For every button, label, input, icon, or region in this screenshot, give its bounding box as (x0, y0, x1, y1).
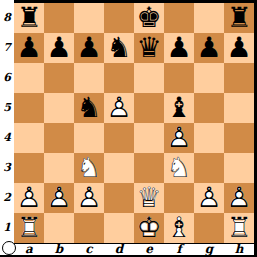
square-c5[interactable]: ♞ (74, 93, 104, 123)
square-d1[interactable] (104, 213, 134, 243)
square-b8[interactable] (44, 3, 74, 33)
square-h4[interactable] (224, 123, 254, 153)
square-e8[interactable]: ♚ (134, 3, 164, 33)
piece-white-rook: ♜♖ (14, 213, 44, 243)
piece-white-pawn: ♟♙ (224, 183, 254, 213)
square-f5[interactable]: ♝ (164, 93, 194, 123)
piece-white-king: ♚♔ (134, 213, 164, 243)
square-a2[interactable]: ♟♙ (14, 183, 44, 213)
piece-black-pawn: ♟ (44, 33, 74, 63)
piece-black-pawn: ♟ (14, 33, 44, 63)
square-c1[interactable] (74, 213, 104, 243)
piece-black-bishop: ♝ (164, 93, 194, 123)
piece-outline: ♔ (134, 213, 164, 243)
piece-black-king: ♚ (134, 3, 164, 33)
chess-diagram: ♜♚♜♟♟♟♞♛♟♟♟♞♟♙♝♟♙♞♘♞♘♟♙♟♙♟♙♛♕♟♙♟♙♜♖♚♔♝♗♜… (0, 0, 257, 257)
square-f1[interactable]: ♝♗ (164, 213, 194, 243)
piece-white-queen: ♛♕ (134, 183, 164, 213)
chess-board: ♜♚♜♟♟♟♞♛♟♟♟♞♟♙♝♟♙♞♘♞♘♟♙♟♙♟♙♛♕♟♙♟♙♜♖♚♔♝♗♜… (14, 0, 254, 244)
rank-label-4: 4 (0, 123, 14, 153)
square-e6[interactable] (134, 63, 164, 93)
square-a8[interactable]: ♜ (14, 3, 44, 33)
square-g6[interactable] (194, 63, 224, 93)
square-g5[interactable] (194, 93, 224, 123)
square-d8[interactable] (104, 3, 134, 33)
square-e1[interactable]: ♚♔ (134, 213, 164, 243)
rank-label-7: 7 (0, 33, 14, 63)
piece-black-knight: ♞ (74, 93, 104, 123)
rank-label-3: 3 (0, 153, 14, 183)
piece-black-rook: ♜ (224, 3, 254, 33)
file-label-f: f (164, 243, 194, 255)
square-b7[interactable]: ♟ (44, 33, 74, 63)
piece-white-pawn: ♟♙ (104, 93, 134, 123)
square-e3[interactable] (134, 153, 164, 183)
piece-black-queen: ♛ (134, 33, 164, 63)
piece-white-pawn: ♟♙ (194, 183, 224, 213)
square-d3[interactable] (104, 153, 134, 183)
file-label-g: g (194, 243, 224, 255)
file-label-h: h (224, 243, 254, 255)
square-e5[interactable] (134, 93, 164, 123)
square-b6[interactable] (44, 63, 74, 93)
piece-black-pawn: ♟ (74, 33, 104, 63)
piece-outline: ♙ (104, 93, 134, 123)
file-label-c: c (74, 243, 104, 255)
square-f2[interactable] (164, 183, 194, 213)
square-b5[interactable] (44, 93, 74, 123)
square-g1[interactable] (194, 213, 224, 243)
square-e7[interactable]: ♛ (134, 33, 164, 63)
square-c7[interactable]: ♟ (74, 33, 104, 63)
square-b4[interactable] (44, 123, 74, 153)
white-to-move-indicator (2, 241, 16, 255)
square-c6[interactable] (74, 63, 104, 93)
piece-black-rook: ♜ (14, 3, 44, 33)
piece-outline: ♕ (134, 183, 164, 213)
piece-white-rook: ♜♖ (224, 213, 254, 243)
rank-label-8: 8 (0, 3, 14, 33)
piece-outline: ♙ (224, 183, 254, 213)
square-e4[interactable] (134, 123, 164, 153)
square-a7[interactable]: ♟ (14, 33, 44, 63)
piece-outline: ♙ (164, 123, 194, 153)
square-c2[interactable]: ♟♙ (74, 183, 104, 213)
square-c3[interactable]: ♞♘ (74, 153, 104, 183)
square-g4[interactable] (194, 123, 224, 153)
piece-white-knight: ♞♘ (74, 153, 104, 183)
rank-label-2: 2 (0, 183, 14, 213)
piece-outline: ♖ (224, 213, 254, 243)
square-h1[interactable]: ♜♖ (224, 213, 254, 243)
piece-white-pawn: ♟♙ (74, 183, 104, 213)
piece-outline: ♖ (14, 213, 44, 243)
piece-outline: ♘ (164, 153, 194, 183)
square-h5[interactable] (224, 93, 254, 123)
piece-black-pawn: ♟ (224, 33, 254, 63)
square-h8[interactable]: ♜ (224, 3, 254, 33)
square-a3[interactable] (14, 153, 44, 183)
file-labels: abcdefgh (14, 243, 254, 255)
square-c4[interactable] (74, 123, 104, 153)
piece-white-pawn: ♟♙ (44, 183, 74, 213)
square-b3[interactable] (44, 153, 74, 183)
rank-label-1: 1 (0, 213, 14, 243)
file-label-a: a (14, 243, 44, 255)
piece-outline: ♙ (74, 183, 104, 213)
piece-outline: ♘ (74, 153, 104, 183)
square-g8[interactable] (194, 3, 224, 33)
piece-black-pawn: ♟ (194, 33, 224, 63)
square-f7[interactable]: ♟ (164, 33, 194, 63)
piece-white-knight: ♞♘ (164, 153, 194, 183)
square-f3[interactable]: ♞♘ (164, 153, 194, 183)
square-d4[interactable] (104, 123, 134, 153)
square-a5[interactable] (14, 93, 44, 123)
rank-label-6: 6 (0, 63, 14, 93)
square-g2[interactable]: ♟♙ (194, 183, 224, 213)
square-a6[interactable] (14, 63, 44, 93)
square-d6[interactable] (104, 63, 134, 93)
file-label-b: b (44, 243, 74, 255)
square-a4[interactable] (14, 123, 44, 153)
piece-outline: ♗ (164, 213, 194, 243)
square-g3[interactable] (194, 153, 224, 183)
piece-black-knight: ♞ (104, 33, 134, 63)
square-h2[interactable]: ♟♙ (224, 183, 254, 213)
square-b2[interactable]: ♟♙ (44, 183, 74, 213)
piece-outline: ♙ (194, 183, 224, 213)
square-h7[interactable]: ♟ (224, 33, 254, 63)
rank-label-5: 5 (0, 93, 14, 123)
piece-white-bishop: ♝♗ (164, 213, 194, 243)
square-b1[interactable] (44, 213, 74, 243)
square-f8[interactable] (164, 3, 194, 33)
piece-white-pawn: ♟♙ (14, 183, 44, 213)
piece-black-pawn: ♟ (164, 33, 194, 63)
piece-outline: ♙ (44, 183, 74, 213)
square-a1[interactable]: ♜♖ (14, 213, 44, 243)
square-h6[interactable] (224, 63, 254, 93)
square-e2[interactable]: ♛♕ (134, 183, 164, 213)
square-c8[interactable] (74, 3, 104, 33)
square-g7[interactable]: ♟ (194, 33, 224, 63)
piece-white-pawn: ♟♙ (164, 123, 194, 153)
square-f6[interactable] (164, 63, 194, 93)
square-f4[interactable]: ♟♙ (164, 123, 194, 153)
file-label-e: e (134, 243, 164, 255)
square-d7[interactable]: ♞ (104, 33, 134, 63)
square-h3[interactable] (224, 153, 254, 183)
square-d2[interactable] (104, 183, 134, 213)
piece-outline: ♙ (14, 183, 44, 213)
rank-labels: 87654321 (0, 3, 14, 243)
file-label-d: d (104, 243, 134, 255)
square-d5[interactable]: ♟♙ (104, 93, 134, 123)
